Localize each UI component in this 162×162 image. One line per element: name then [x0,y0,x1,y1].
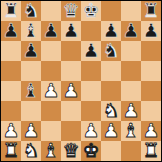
black-pawn-piece[interactable]: ♟ [2,21,19,40]
white-knight-piece[interactable]: ♞ [22,141,39,160]
white-pawn-piece[interactable]: ♟ [42,81,59,100]
square-c8[interactable] [41,1,61,21]
square-b6[interactable]: ♟ [21,41,41,61]
white-knight-piece[interactable]: ♞ [102,101,119,120]
square-g2[interactable]: ♝ [121,121,141,141]
square-d8[interactable]: ♛ [61,1,81,21]
square-h6[interactable] [141,41,161,61]
square-c2[interactable] [41,121,61,141]
black-pawn-piece[interactable]: ♟ [122,21,139,40]
black-bishop-piece[interactable]: ♝ [22,21,39,40]
black-rook-piece[interactable]: ♜ [2,1,19,20]
white-pawn-piece[interactable]: ♟ [82,121,99,140]
square-b5[interactable] [21,61,41,81]
black-knight-piece[interactable]: ♞ [22,1,39,20]
black-pawn-piece[interactable]: ♟ [82,41,99,60]
square-h4[interactable] [141,81,161,101]
black-king-piece[interactable]: ♚ [82,1,99,20]
square-f2[interactable]: ♟ [101,121,121,141]
black-queen-piece[interactable]: ♛ [62,1,79,20]
square-h5[interactable] [141,61,161,81]
square-h2[interactable]: ♟ [141,121,161,141]
square-a8[interactable]: ♜ [1,1,21,21]
square-f6[interactable]: ♞ [101,41,121,61]
black-pawn-piece[interactable]: ♟ [62,21,79,40]
square-c7[interactable]: ♟ [41,21,61,41]
square-h8[interactable]: ♜ [141,1,161,21]
square-d6[interactable] [61,41,81,61]
square-d7[interactable]: ♟ [61,21,81,41]
square-e3[interactable] [81,101,101,121]
black-pawn-piece[interactable]: ♟ [102,21,119,40]
white-bishop-piece[interactable]: ♝ [42,141,59,160]
black-knight-piece[interactable]: ♞ [102,41,119,60]
square-e5[interactable] [81,61,101,81]
square-d1[interactable]: ♛ [61,141,81,161]
square-b2[interactable]: ♟ [21,121,41,141]
square-e7[interactable] [81,21,101,41]
square-c1[interactable]: ♝ [41,141,61,161]
square-b7[interactable]: ♝ [21,21,41,41]
chess-board: ♜♞♛♚♜♟♝♟♟♟♟♟♟♟♞♝♟♟♞♟♟♟♟♟♝♟♜♞♝♛♚♜ [0,0,162,162]
square-c4[interactable]: ♟ [41,81,61,101]
square-g4[interactable] [121,81,141,101]
square-f3[interactable]: ♞ [101,101,121,121]
white-rook-piece[interactable]: ♜ [2,141,19,160]
square-b8[interactable]: ♞ [21,1,41,21]
white-pawn-piece[interactable]: ♟ [122,101,139,120]
black-bishop-piece[interactable]: ♝ [22,81,39,100]
square-b3[interactable] [21,101,41,121]
white-king-piece[interactable]: ♚ [82,141,99,160]
black-pawn-piece[interactable]: ♟ [22,41,39,60]
square-c6[interactable] [41,41,61,61]
square-g6[interactable] [121,41,141,61]
square-a5[interactable] [1,61,21,81]
square-a7[interactable]: ♟ [1,21,21,41]
square-g5[interactable] [121,61,141,81]
black-pawn-piece[interactable]: ♟ [142,21,159,40]
square-b4[interactable]: ♝ [21,81,41,101]
square-f4[interactable] [101,81,121,101]
white-pawn-piece[interactable]: ♟ [142,121,159,140]
square-h3[interactable] [141,101,161,121]
white-pawn-piece[interactable]: ♟ [2,121,19,140]
black-pawn-piece[interactable]: ♟ [42,21,59,40]
square-f5[interactable] [101,61,121,81]
white-pawn-piece[interactable]: ♟ [62,81,79,100]
square-e2[interactable]: ♟ [81,121,101,141]
square-d5[interactable] [61,61,81,81]
square-b1[interactable]: ♞ [21,141,41,161]
square-h1[interactable]: ♜ [141,141,161,161]
square-c3[interactable] [41,101,61,121]
white-rook-piece[interactable]: ♜ [142,141,159,160]
white-pawn-piece[interactable]: ♟ [102,121,119,140]
square-g7[interactable]: ♟ [121,21,141,41]
white-queen-piece[interactable]: ♛ [62,141,79,160]
black-rook-piece[interactable]: ♜ [142,1,159,20]
square-e1[interactable]: ♚ [81,141,101,161]
square-h7[interactable]: ♟ [141,21,161,41]
square-a6[interactable] [1,41,21,61]
square-d2[interactable] [61,121,81,141]
square-a2[interactable]: ♟ [1,121,21,141]
square-f8[interactable] [101,1,121,21]
white-pawn-piece[interactable]: ♟ [22,121,39,140]
square-a1[interactable]: ♜ [1,141,21,161]
square-d3[interactable] [61,101,81,121]
square-a3[interactable] [1,101,21,121]
square-d4[interactable]: ♟ [61,81,81,101]
square-c5[interactable] [41,61,61,81]
square-e8[interactable]: ♚ [81,1,101,21]
square-g8[interactable] [121,1,141,21]
square-g1[interactable] [121,141,141,161]
square-f1[interactable] [101,141,121,161]
square-e4[interactable] [81,81,101,101]
square-a4[interactable] [1,81,21,101]
square-e6[interactable]: ♟ [81,41,101,61]
square-g3[interactable]: ♟ [121,101,141,121]
white-bishop-piece[interactable]: ♝ [122,121,139,140]
square-f7[interactable]: ♟ [101,21,121,41]
